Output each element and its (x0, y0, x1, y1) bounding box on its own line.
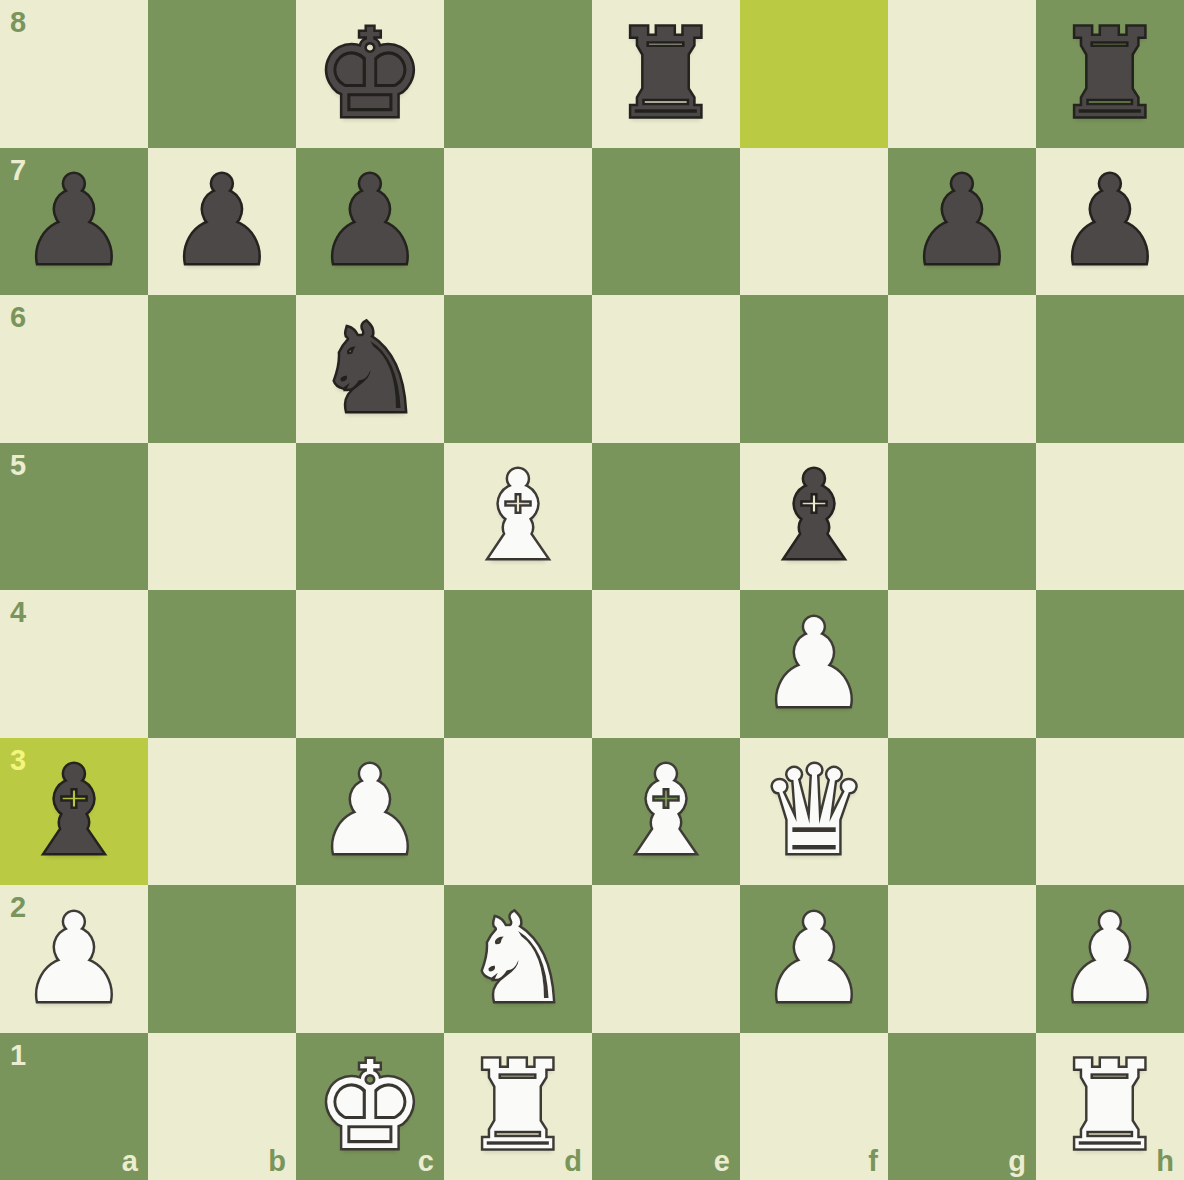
white-pawn-f2[interactable]: ♟ (740, 885, 888, 1033)
file-label-b: b (268, 1147, 286, 1176)
white-rook-d1[interactable]: ♜ (444, 1033, 592, 1180)
square-g4[interactable] (888, 590, 1036, 738)
square-e3[interactable]: ♝ (592, 738, 740, 886)
square-d7[interactable] (444, 148, 592, 296)
square-b6[interactable] (148, 295, 296, 443)
square-f5[interactable]: ♝ (740, 443, 888, 591)
square-c4[interactable] (296, 590, 444, 738)
square-g5[interactable] (888, 443, 1036, 591)
square-e7[interactable] (592, 148, 740, 296)
white-bishop-e3[interactable]: ♝ (592, 738, 740, 886)
square-c1[interactable]: c♚ (296, 1033, 444, 1180)
square-g8[interactable] (888, 0, 1036, 148)
square-b5[interactable] (148, 443, 296, 591)
black-king-c8[interactable]: ♚ (296, 0, 444, 148)
square-f8[interactable] (740, 0, 888, 148)
square-f2[interactable]: ♟ (740, 885, 888, 1033)
square-e2[interactable] (592, 885, 740, 1033)
square-c3[interactable]: ♟ (296, 738, 444, 886)
square-h8[interactable]: ♜ (1036, 0, 1184, 148)
square-h5[interactable] (1036, 443, 1184, 591)
rank-label-4: 4 (10, 598, 26, 627)
black-knight-c6[interactable]: ♞ (296, 295, 444, 443)
file-label-a: a (122, 1147, 138, 1176)
square-e6[interactable] (592, 295, 740, 443)
white-knight-d2[interactable]: ♞ (444, 885, 592, 1033)
square-d8[interactable] (444, 0, 592, 148)
square-b7[interactable]: ♟ (148, 148, 296, 296)
white-pawn-h2[interactable]: ♟ (1036, 885, 1184, 1033)
square-d6[interactable] (444, 295, 592, 443)
square-g3[interactable] (888, 738, 1036, 886)
white-pawn-a2[interactable]: ♟ (0, 885, 148, 1033)
square-a6[interactable]: 6 (0, 295, 148, 443)
square-g6[interactable] (888, 295, 1036, 443)
white-queen-f3[interactable]: ♛ (740, 738, 888, 886)
black-rook-e8[interactable]: ♜ (592, 0, 740, 148)
rank-label-5: 5 (10, 451, 26, 480)
white-king-c1[interactable]: ♚ (296, 1033, 444, 1180)
rank-label-1: 1 (10, 1041, 26, 1070)
chess-board: 8♚♜♜7♟♟♟♟♟6♞5♝♝4♟3♝♟♝♛2♟♞♟♟1abc♚d♜efgh♜ (0, 0, 1184, 1180)
square-d4[interactable] (444, 590, 592, 738)
square-g7[interactable]: ♟ (888, 148, 1036, 296)
square-a3[interactable]: 3♝ (0, 738, 148, 886)
square-f3[interactable]: ♛ (740, 738, 888, 886)
square-f6[interactable] (740, 295, 888, 443)
rank-label-8: 8 (10, 8, 26, 37)
black-pawn-b7[interactable]: ♟ (148, 148, 296, 296)
black-pawn-a7[interactable]: ♟ (0, 148, 148, 296)
square-h7[interactable]: ♟ (1036, 148, 1184, 296)
square-h2[interactable]: ♟ (1036, 885, 1184, 1033)
black-bishop-f5[interactable]: ♝ (740, 443, 888, 591)
square-c6[interactable]: ♞ (296, 295, 444, 443)
square-g1[interactable]: g (888, 1033, 1036, 1180)
white-bishop-d5[interactable]: ♝ (444, 443, 592, 591)
square-g2[interactable] (888, 885, 1036, 1033)
square-d5[interactable]: ♝ (444, 443, 592, 591)
square-c8[interactable]: ♚ (296, 0, 444, 148)
square-a5[interactable]: 5 (0, 443, 148, 591)
square-d3[interactable] (444, 738, 592, 886)
white-pawn-f4[interactable]: ♟ (740, 590, 888, 738)
black-pawn-h7[interactable]: ♟ (1036, 148, 1184, 296)
square-e8[interactable]: ♜ (592, 0, 740, 148)
square-a4[interactable]: 4 (0, 590, 148, 738)
black-pawn-c7[interactable]: ♟ (296, 148, 444, 296)
square-a7[interactable]: 7♟ (0, 148, 148, 296)
square-b4[interactable] (148, 590, 296, 738)
square-a1[interactable]: 1a (0, 1033, 148, 1180)
square-h4[interactable] (1036, 590, 1184, 738)
square-b1[interactable]: b (148, 1033, 296, 1180)
square-c2[interactable] (296, 885, 444, 1033)
black-pawn-g7[interactable]: ♟ (888, 148, 1036, 296)
square-f7[interactable] (740, 148, 888, 296)
square-e5[interactable] (592, 443, 740, 591)
square-d2[interactable]: ♞ (444, 885, 592, 1033)
rank-label-6: 6 (10, 303, 26, 332)
file-label-f: f (868, 1147, 878, 1176)
square-e1[interactable]: e (592, 1033, 740, 1180)
square-f4[interactable]: ♟ (740, 590, 888, 738)
square-e4[interactable] (592, 590, 740, 738)
square-h6[interactable] (1036, 295, 1184, 443)
white-pawn-c3[interactable]: ♟ (296, 738, 444, 886)
square-b8[interactable] (148, 0, 296, 148)
black-rook-h8[interactable]: ♜ (1036, 0, 1184, 148)
white-rook-h1[interactable]: ♜ (1036, 1033, 1184, 1180)
square-c7[interactable]: ♟ (296, 148, 444, 296)
square-a8[interactable]: 8 (0, 0, 148, 148)
square-f1[interactable]: f (740, 1033, 888, 1180)
square-d1[interactable]: d♜ (444, 1033, 592, 1180)
square-a2[interactable]: 2♟ (0, 885, 148, 1033)
square-b2[interactable] (148, 885, 296, 1033)
square-b3[interactable] (148, 738, 296, 886)
square-h3[interactable] (1036, 738, 1184, 886)
square-h1[interactable]: h♜ (1036, 1033, 1184, 1180)
square-c5[interactable] (296, 443, 444, 591)
black-bishop-a3[interactable]: ♝ (0, 738, 148, 886)
file-label-g: g (1008, 1147, 1026, 1176)
file-label-e: e (714, 1147, 730, 1176)
